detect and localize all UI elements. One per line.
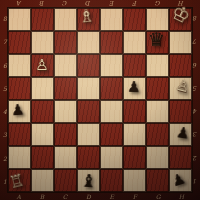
square-f8[interactable]	[123, 8, 146, 31]
rank-label-left-5: 5	[0, 85, 10, 92]
square-f3[interactable]	[123, 123, 146, 146]
square-e1[interactable]	[100, 169, 123, 192]
square-e6[interactable]	[100, 54, 123, 77]
black-bishop-d1[interactable]: ♝	[76, 168, 101, 193]
square-d7[interactable]	[77, 31, 100, 54]
square-e2[interactable]	[100, 146, 123, 169]
square-d6[interactable]	[77, 54, 100, 77]
square-c6[interactable]	[54, 54, 77, 77]
square-g6[interactable]	[146, 54, 169, 77]
square-b8[interactable]	[31, 8, 54, 31]
black-pawn-a4[interactable]: ♟	[5, 98, 30, 123]
file-label-bottom-h: H	[176, 193, 186, 200]
white-bishop-d8[interactable]: ♗	[74, 3, 100, 29]
rank-label-right-2: 2	[190, 155, 200, 162]
square-c7[interactable]	[54, 31, 77, 54]
square-f4[interactable]	[123, 100, 146, 123]
square-a2[interactable]	[8, 146, 31, 169]
rank-label-right-7: 7	[190, 38, 200, 45]
file-label-top-b: B	[37, 0, 47, 7]
square-c1[interactable]	[54, 169, 77, 192]
square-a5[interactable]	[8, 77, 31, 100]
square-a6[interactable]	[8, 54, 31, 77]
square-d3[interactable]	[77, 123, 100, 146]
file-label-top-c: C	[60, 0, 70, 7]
square-h2[interactable]	[169, 146, 192, 169]
file-label-top-a: A	[14, 0, 24, 7]
rank-label-right-6: 6	[190, 62, 200, 69]
rank-label-left-2: 2	[0, 155, 10, 162]
square-g2[interactable]	[146, 146, 169, 169]
square-g3[interactable]	[146, 123, 169, 146]
black-queen-g7[interactable]: ♛	[145, 28, 168, 51]
square-h7[interactable]	[169, 31, 192, 54]
chess-board-photo: AA88BB77CC66DD55EE44FF33GG22HH11 ♗♔♛♙♟♙♟…	[0, 0, 200, 200]
file-label-bottom-c: C	[60, 193, 70, 200]
file-label-bottom-d: D	[83, 193, 93, 200]
file-label-bottom-g: G	[153, 193, 163, 200]
square-b7[interactable]	[31, 31, 54, 54]
square-f7[interactable]	[123, 31, 146, 54]
rank-label-left-8: 8	[0, 15, 10, 22]
black-pawn-h3[interactable]: ♟	[169, 121, 195, 147]
square-c4[interactable]	[54, 100, 77, 123]
square-a7[interactable]	[8, 31, 31, 54]
file-label-bottom-f: F	[130, 193, 140, 200]
rank-label-left-7: 7	[0, 38, 10, 45]
square-e5[interactable]	[100, 77, 123, 100]
square-d4[interactable]	[77, 100, 100, 123]
square-a3[interactable]	[8, 123, 31, 146]
square-a8[interactable]	[8, 8, 31, 31]
square-g4[interactable]	[146, 100, 169, 123]
square-c3[interactable]	[54, 123, 77, 146]
square-d5[interactable]	[77, 77, 100, 100]
square-f6[interactable]	[123, 54, 146, 77]
file-label-bottom-b: B	[37, 193, 47, 200]
square-c5[interactable]	[54, 77, 77, 100]
file-label-top-e: E	[107, 0, 117, 7]
file-label-top-f: F	[130, 0, 140, 7]
file-label-bottom-a: A	[14, 193, 24, 200]
square-b3[interactable]	[31, 123, 54, 146]
square-e3[interactable]	[100, 123, 123, 146]
square-e7[interactable]	[100, 31, 123, 54]
square-e8[interactable]	[100, 8, 123, 31]
file-label-bottom-e: E	[107, 193, 117, 200]
black-pawn-f5[interactable]: ♟	[122, 75, 146, 99]
white-pawn-b6[interactable]: ♙	[30, 54, 53, 77]
rank-label-left-6: 6	[0, 62, 10, 69]
rank-label-right-4: 4	[190, 108, 200, 115]
square-b5[interactable]	[31, 77, 54, 100]
square-b1[interactable]	[31, 169, 54, 192]
square-g5[interactable]	[146, 77, 169, 100]
rank-label-left-3: 3	[0, 131, 10, 138]
square-f2[interactable]	[123, 146, 146, 169]
square-d2[interactable]	[77, 146, 100, 169]
square-b2[interactable]	[31, 146, 54, 169]
square-c2[interactable]	[54, 146, 77, 169]
square-b4[interactable]	[31, 100, 54, 123]
file-label-top-g: G	[153, 0, 163, 7]
square-e4[interactable]	[100, 100, 123, 123]
square-f1[interactable]	[123, 169, 146, 192]
